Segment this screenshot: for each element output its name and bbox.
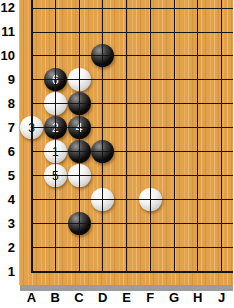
go-diagram: 121110987654321ABCDEFGHJ 632415	[0, 0, 233, 308]
grid-hline-row-2	[31, 247, 234, 248]
row-label-4: 4	[0, 192, 15, 208]
grid-hline-row-7	[31, 127, 234, 128]
grid-hline-row-6	[31, 151, 234, 152]
col-label-J: J	[218, 290, 225, 306]
row-label-1: 1	[0, 264, 15, 280]
grid-vline-col-A	[31, 0, 33, 273]
grid-hline-row-8	[31, 103, 234, 104]
col-label-F: F	[146, 290, 154, 306]
row-label-9: 9	[0, 72, 15, 88]
col-label-C: C	[74, 290, 83, 306]
col-label-D: D	[98, 290, 107, 306]
grid-hline-row-1	[31, 271, 234, 273]
grid-vline-col-B	[55, 0, 56, 273]
row-label-3: 3	[0, 216, 15, 232]
row-label-12: 12	[0, 0, 15, 16]
row-label-8: 8	[0, 96, 15, 112]
grid-hline-row-10	[31, 55, 234, 56]
grid-vline-col-J	[221, 0, 222, 273]
row-label-5: 5	[0, 168, 15, 184]
grid-hline-row-9	[31, 79, 234, 80]
row-label-2: 2	[0, 240, 15, 256]
grid-hline-row-5	[31, 175, 234, 176]
grid-vline-col-H	[197, 0, 198, 273]
row-label-6: 6	[0, 144, 15, 160]
row-label-7: 7	[0, 120, 15, 136]
grid-vline-col-E	[126, 0, 127, 273]
col-label-G: G	[169, 290, 179, 306]
grid-hline-row-12	[31, 8, 234, 9]
grid-hline-row-11	[31, 32, 234, 33]
col-label-A: A	[27, 290, 36, 306]
row-label-10: 10	[0, 48, 15, 64]
row-label-11: 11	[0, 24, 15, 40]
grid-hline-row-3	[31, 223, 234, 224]
grid-hline-row-4	[31, 199, 234, 200]
col-label-E: E	[122, 290, 131, 306]
grid-vline-col-F	[150, 0, 151, 273]
col-label-B: B	[51, 290, 60, 306]
grid-vline-col-C	[79, 0, 80, 273]
grid-vline-col-D	[102, 0, 103, 273]
col-label-H: H	[193, 290, 202, 306]
grid-vline-col-G	[174, 0, 175, 273]
